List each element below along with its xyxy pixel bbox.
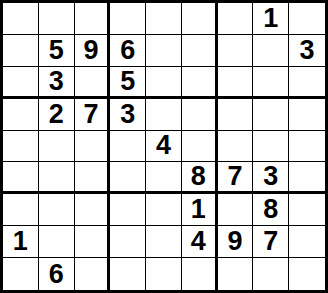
cell-r6c3-empty[interactable] [75,162,111,194]
cell-r1c7-empty[interactable] [218,3,254,35]
cell-r5c5-given-4[interactable]: 4 [146,131,182,163]
cell-r4c9-empty[interactable] [289,99,325,131]
cell-r1c2-empty[interactable] [39,3,75,35]
cell-r3c9-empty[interactable] [289,67,325,99]
cell-r9c3-empty[interactable] [75,258,111,290]
cell-r4c4-given-3[interactable]: 3 [110,99,146,131]
cell-r5c2-empty[interactable] [39,131,75,163]
cell-r5c6-empty[interactable] [182,131,218,163]
cell-r7c6-given-1[interactable]: 1 [182,194,218,226]
cell-r7c7-empty[interactable] [218,194,254,226]
cell-r8c8-given-7[interactable]: 7 [253,226,289,258]
cell-r6c5-empty[interactable] [146,162,182,194]
cell-r2c4-given-6[interactable]: 6 [110,35,146,67]
cell-r9c6-empty[interactable] [182,258,218,290]
cell-r2c7-empty[interactable] [218,35,254,67]
cell-r4c3-given-7[interactable]: 7 [75,99,111,131]
cell-r6c7-given-7[interactable]: 7 [218,162,254,194]
cell-r5c4-empty[interactable] [110,131,146,163]
cell-r9c7-empty[interactable] [218,258,254,290]
cell-r6c2-empty[interactable] [39,162,75,194]
cell-r4c5-empty[interactable] [146,99,182,131]
cell-r3c7-empty[interactable] [218,67,254,99]
cell-r8c3-empty[interactable] [75,226,111,258]
cell-r7c5-empty[interactable] [146,194,182,226]
cell-r7c8-given-8[interactable]: 8 [253,194,289,226]
cell-r7c4-empty[interactable] [110,194,146,226]
cell-r2c1-empty[interactable] [3,35,39,67]
cell-r8c1-given-1[interactable]: 1 [3,226,39,258]
cell-r9c9-empty[interactable] [289,258,325,290]
cell-r6c9-empty[interactable] [289,162,325,194]
cell-r1c1-empty[interactable] [3,3,39,35]
cell-r1c8-given-1[interactable]: 1 [253,3,289,35]
cell-r3c6-empty[interactable] [182,67,218,99]
cell-r6c6-given-8[interactable]: 8 [182,162,218,194]
cell-r7c1-empty[interactable] [3,194,39,226]
cell-r2c6-empty[interactable] [182,35,218,67]
cell-r7c2-empty[interactable] [39,194,75,226]
cell-r8c2-empty[interactable] [39,226,75,258]
cell-r8c9-empty[interactable] [289,226,325,258]
cell-r1c4-empty[interactable] [110,3,146,35]
cell-r5c8-empty[interactable] [253,131,289,163]
cell-r3c1-empty[interactable] [3,67,39,99]
cell-r4c7-empty[interactable] [218,99,254,131]
cell-r8c4-empty[interactable] [110,226,146,258]
cell-r3c2-given-3[interactable]: 3 [39,67,75,99]
cell-r5c7-empty[interactable] [218,131,254,163]
cell-r3c8-empty[interactable] [253,67,289,99]
cell-r6c1-empty[interactable] [3,162,39,194]
cell-r2c9-given-3[interactable]: 3 [289,35,325,67]
cell-r8c6-given-4[interactable]: 4 [182,226,218,258]
cell-r5c1-empty[interactable] [3,131,39,163]
cell-r1c6-empty[interactable] [182,3,218,35]
cell-r4c6-empty[interactable] [182,99,218,131]
cell-r8c7-given-9[interactable]: 9 [218,226,254,258]
cell-r7c3-empty[interactable] [75,194,111,226]
cell-r3c3-empty[interactable] [75,67,111,99]
cell-r9c5-empty[interactable] [146,258,182,290]
cell-r4c8-empty[interactable] [253,99,289,131]
cell-r3c4-given-5[interactable]: 5 [110,67,146,99]
cell-r9c8-empty[interactable] [253,258,289,290]
cell-r2c3-given-9[interactable]: 9 [75,35,111,67]
cell-r2c2-given-5[interactable]: 5 [39,35,75,67]
cell-r7c9-empty[interactable] [289,194,325,226]
cell-r4c1-empty[interactable] [3,99,39,131]
cell-r1c3-empty[interactable] [75,3,111,35]
cell-r8c5-empty[interactable] [146,226,182,258]
cell-r9c1-empty[interactable] [3,258,39,290]
cell-r2c5-empty[interactable] [146,35,182,67]
cell-r2c8-empty[interactable] [253,35,289,67]
cell-r5c9-empty[interactable] [289,131,325,163]
cell-r5c3-empty[interactable] [75,131,111,163]
cell-r1c9-empty[interactable] [289,3,325,35]
cell-r9c4-empty[interactable] [110,258,146,290]
cell-r6c8-given-3[interactable]: 3 [253,162,289,194]
cell-r3c5-empty[interactable] [146,67,182,99]
cell-r1c5-empty[interactable] [146,3,182,35]
sudoku-board: 159633527348731814976 [0,0,328,293]
cell-r9c2-given-6[interactable]: 6 [39,258,75,290]
cell-r4c2-given-2[interactable]: 2 [39,99,75,131]
cell-r6c4-empty[interactable] [110,162,146,194]
